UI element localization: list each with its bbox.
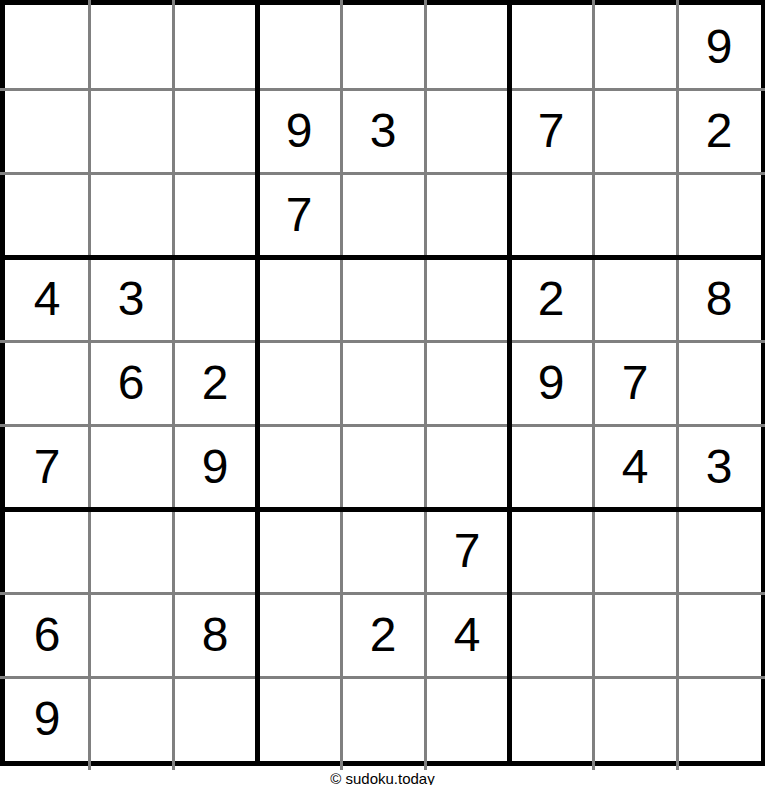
cell-r3c3[interactable] (173, 173, 257, 257)
cell-line-v-7 (592, 0, 595, 770)
box-line-h-3 (0, 255, 765, 260)
cell-r6c2[interactable] (89, 425, 173, 509)
cell-r1c7[interactable] (509, 5, 593, 89)
cell-r9c2[interactable] (89, 677, 173, 761)
cell-r3c8[interactable] (593, 173, 677, 257)
cell-r1c1[interactable] (5, 5, 89, 89)
cell-r4c6[interactable] (425, 257, 509, 341)
cell-r8c7[interactable] (509, 593, 593, 677)
cell-r6c5[interactable] (341, 425, 425, 509)
cell-r9c7[interactable] (509, 677, 593, 761)
cell-r4c5[interactable] (341, 257, 425, 341)
cell-r4c9[interactable]: 8 (677, 257, 761, 341)
cell-line-h-8 (0, 676, 765, 679)
cell-r3c2[interactable] (89, 173, 173, 257)
cell-r3c4[interactable]: 7 (257, 173, 341, 257)
cell-r7c2[interactable] (89, 509, 173, 593)
cell-r8c3[interactable]: 8 (173, 593, 257, 677)
cell-r9c5[interactable] (341, 677, 425, 761)
cell-r7c3[interactable] (173, 509, 257, 593)
cell-r5c5[interactable] (341, 341, 425, 425)
cell-r2c6[interactable] (425, 89, 509, 173)
cell-line-v-4 (340, 0, 343, 770)
cell-r9c4[interactable] (257, 677, 341, 761)
cell-line-v-2 (172, 0, 175, 770)
cell-r1c8[interactable] (593, 5, 677, 89)
cell-r9c6[interactable] (425, 677, 509, 761)
cell-r2c7[interactable]: 7 (509, 89, 593, 173)
cell-r4c8[interactable] (593, 257, 677, 341)
cell-r3c9[interactable] (677, 173, 761, 257)
cell-r5c1[interactable] (5, 341, 89, 425)
cell-r2c9[interactable]: 2 (677, 89, 761, 173)
cell-r7c6[interactable]: 7 (425, 509, 509, 593)
box-line-v-6 (507, 0, 512, 766)
cell-r6c1[interactable]: 7 (5, 425, 89, 509)
cell-line-v-5 (424, 0, 427, 770)
cell-line-v-8 (676, 0, 679, 770)
cell-r3c1[interactable] (5, 173, 89, 257)
cell-r6c4[interactable] (257, 425, 341, 509)
cell-r7c9[interactable] (677, 509, 761, 593)
cell-r8c6[interactable]: 4 (425, 593, 509, 677)
cell-line-h-2 (0, 172, 765, 175)
cell-r9c8[interactable] (593, 677, 677, 761)
cell-r6c7[interactable] (509, 425, 593, 509)
cell-r5c8[interactable]: 7 (593, 341, 677, 425)
cell-r1c3[interactable] (173, 5, 257, 89)
credit-text: © sudoku.today (330, 770, 434, 785)
cell-r5c4[interactable] (257, 341, 341, 425)
cell-r1c5[interactable] (341, 5, 425, 89)
cell-line-h-1 (0, 88, 765, 91)
box-line-v-3 (255, 0, 260, 766)
cell-r3c5[interactable] (341, 173, 425, 257)
cell-r7c5[interactable] (341, 509, 425, 593)
cell-r6c8[interactable]: 4 (593, 425, 677, 509)
cell-r2c1[interactable] (5, 89, 89, 173)
cell-r1c9[interactable]: 9 (677, 5, 761, 89)
cell-r9c1[interactable]: 9 (5, 677, 89, 761)
cell-r3c7[interactable] (509, 173, 593, 257)
cell-r5c7[interactable]: 9 (509, 341, 593, 425)
cell-r8c1[interactable]: 6 (5, 593, 89, 677)
cell-line-h-5 (0, 424, 765, 427)
cell-r6c6[interactable] (425, 425, 509, 509)
cell-r2c5[interactable]: 3 (341, 89, 425, 173)
cell-r1c4[interactable] (257, 5, 341, 89)
cell-line-v-1 (88, 0, 91, 770)
credit: © sudoku.today (0, 770, 765, 785)
box-line-h-6 (0, 507, 765, 512)
cell-r4c4[interactable] (257, 257, 341, 341)
cell-r7c1[interactable] (5, 509, 89, 593)
cell-r4c1[interactable]: 4 (5, 257, 89, 341)
cell-line-h-4 (0, 340, 765, 343)
sudoku-grid: 993727432862977943768249 (5, 5, 761, 761)
cell-r4c3[interactable] (173, 257, 257, 341)
cell-line-h-7 (0, 592, 765, 595)
cell-r8c2[interactable] (89, 593, 173, 677)
cell-r7c8[interactable] (593, 509, 677, 593)
cell-r4c7[interactable]: 2 (509, 257, 593, 341)
cell-r8c9[interactable] (677, 593, 761, 677)
cell-r1c6[interactable] (425, 5, 509, 89)
cell-r5c3[interactable]: 2 (173, 341, 257, 425)
cell-r7c4[interactable] (257, 509, 341, 593)
cell-r8c8[interactable] (593, 593, 677, 677)
cell-r2c2[interactable] (89, 89, 173, 173)
cell-r9c3[interactable] (173, 677, 257, 761)
cell-r5c9[interactable] (677, 341, 761, 425)
cell-r5c6[interactable] (425, 341, 509, 425)
cell-r2c3[interactable] (173, 89, 257, 173)
cell-r6c3[interactable]: 9 (173, 425, 257, 509)
cell-r4c2[interactable]: 3 (89, 257, 173, 341)
cell-r8c5[interactable]: 2 (341, 593, 425, 677)
cell-r7c7[interactable] (509, 509, 593, 593)
cell-r9c9[interactable] (677, 677, 761, 761)
cell-r2c4[interactable]: 9 (257, 89, 341, 173)
sudoku-board: 993727432862977943768249 (0, 0, 765, 766)
cell-r3c6[interactable] (425, 173, 509, 257)
cell-r8c4[interactable] (257, 593, 341, 677)
cell-r2c8[interactable] (593, 89, 677, 173)
cell-r6c9[interactable]: 3 (677, 425, 761, 509)
cell-r5c2[interactable]: 6 (89, 341, 173, 425)
cell-r1c2[interactable] (89, 5, 173, 89)
